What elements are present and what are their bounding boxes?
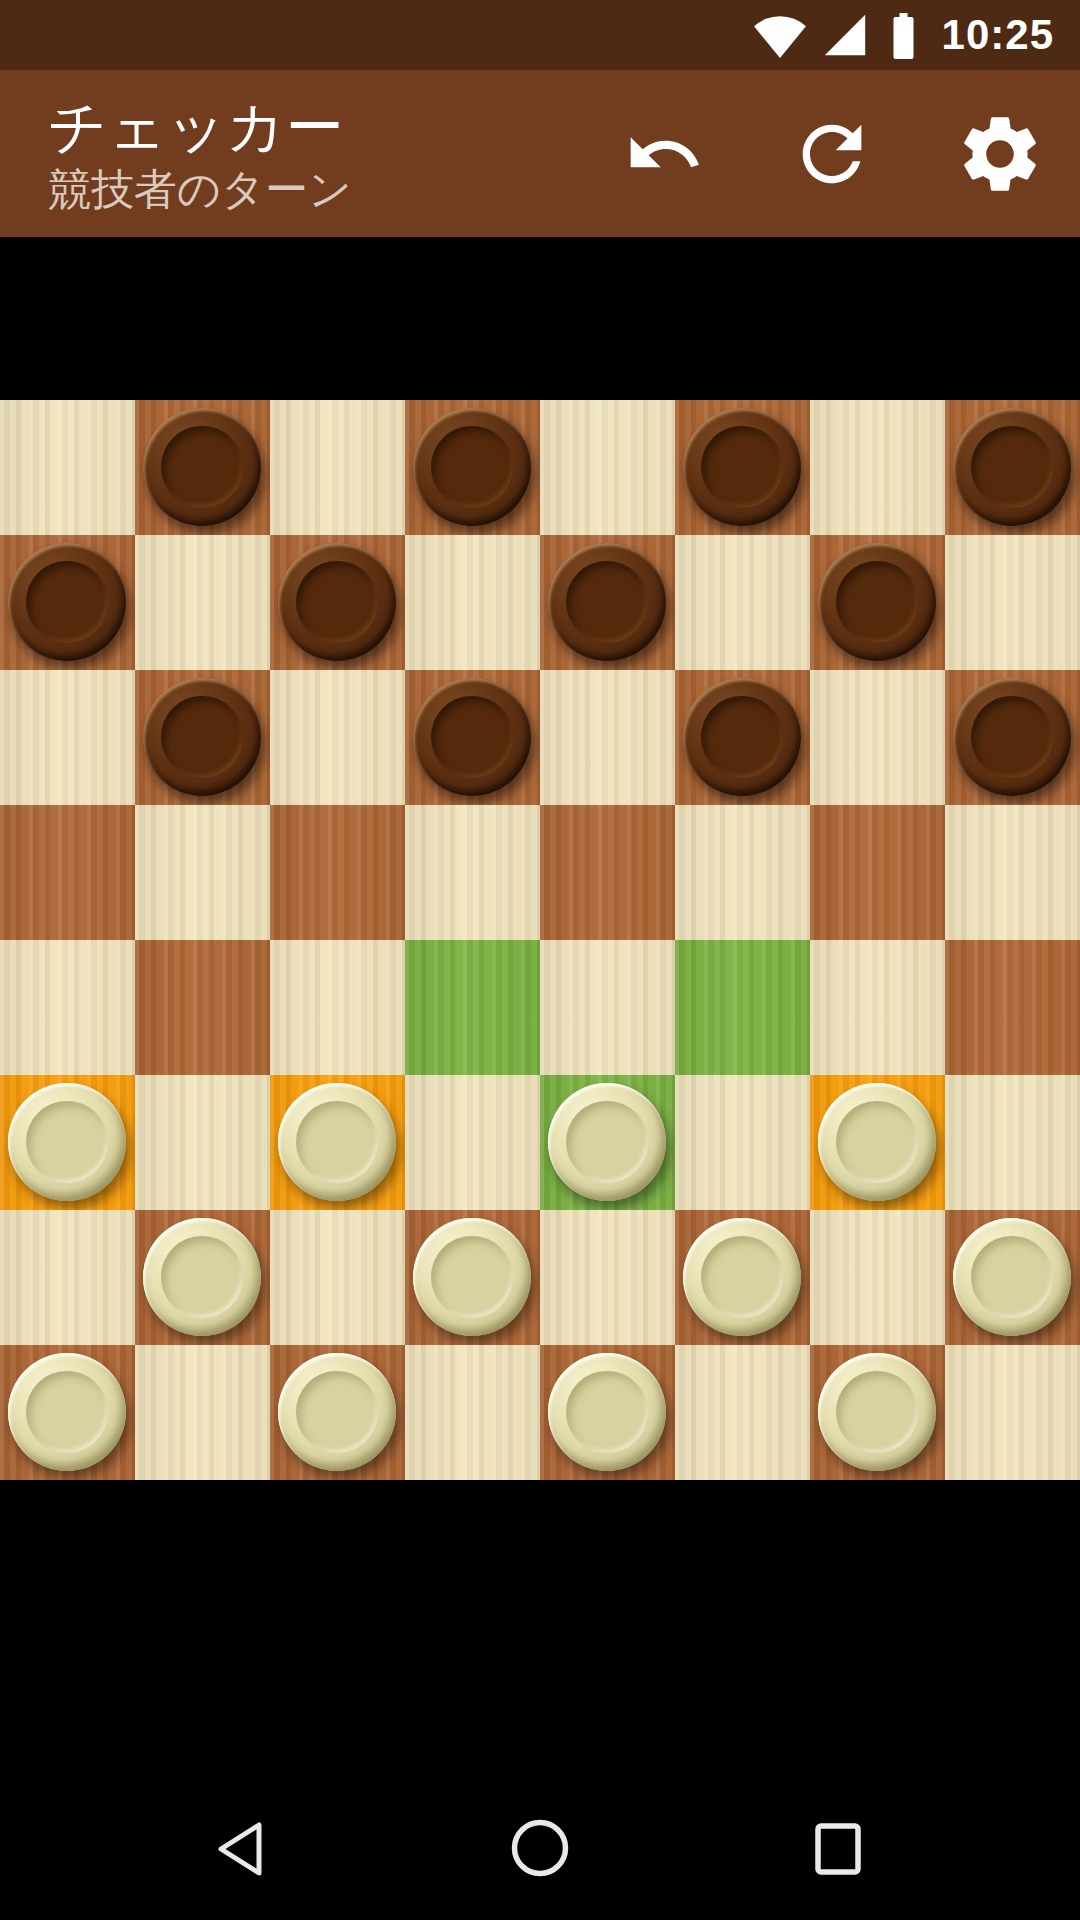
- square-a7[interactable]: [0, 535, 135, 670]
- square-e4[interactable]: [540, 940, 675, 1075]
- dark-piece[interactable]: [548, 543, 666, 661]
- square-e3[interactable]: [540, 1075, 675, 1210]
- app-bar-actions: [614, 94, 1050, 214]
- square-b6[interactable]: [135, 670, 270, 805]
- light-piece[interactable]: [8, 1083, 126, 1201]
- square-g2[interactable]: [810, 1210, 945, 1345]
- square-f7[interactable]: [675, 535, 810, 670]
- app-bar: チェッカー 競技者のターン: [0, 70, 1080, 237]
- dark-piece[interactable]: [413, 408, 531, 526]
- square-d8[interactable]: [405, 400, 540, 535]
- square-c7[interactable]: [270, 535, 405, 670]
- reset-button[interactable]: [782, 94, 882, 214]
- light-piece[interactable]: [548, 1083, 666, 1201]
- square-d2[interactable]: [405, 1210, 540, 1345]
- square-c2[interactable]: [270, 1210, 405, 1345]
- square-e1[interactable]: [540, 1345, 675, 1480]
- square-a4[interactable]: [0, 940, 135, 1075]
- light-piece[interactable]: [548, 1353, 666, 1471]
- refresh-icon: [788, 110, 876, 198]
- square-a3[interactable]: [0, 1075, 135, 1210]
- square-c5[interactable]: [270, 805, 405, 940]
- light-piece[interactable]: [278, 1353, 396, 1471]
- dark-piece[interactable]: [683, 678, 801, 796]
- square-e8[interactable]: [540, 400, 675, 535]
- dark-piece[interactable]: [413, 678, 531, 796]
- square-g5[interactable]: [810, 805, 945, 940]
- square-a1[interactable]: [0, 1345, 135, 1480]
- square-a5[interactable]: [0, 805, 135, 940]
- square-g6[interactable]: [810, 670, 945, 805]
- light-piece[interactable]: [8, 1353, 126, 1471]
- square-h2[interactable]: [945, 1210, 1080, 1345]
- square-f6[interactable]: [675, 670, 810, 805]
- square-d1[interactable]: [405, 1345, 540, 1480]
- dark-piece[interactable]: [953, 408, 1071, 526]
- square-h8[interactable]: [945, 400, 1080, 535]
- square-f5[interactable]: [675, 805, 810, 940]
- dark-piece[interactable]: [143, 678, 261, 796]
- square-g7[interactable]: [810, 535, 945, 670]
- light-piece[interactable]: [278, 1083, 396, 1201]
- square-g4[interactable]: [810, 940, 945, 1075]
- square-c4[interactable]: [270, 940, 405, 1075]
- board: [0, 400, 1080, 1480]
- back-icon[interactable]: [214, 1820, 266, 1878]
- square-c3[interactable]: [270, 1075, 405, 1210]
- square-h4[interactable]: [945, 940, 1080, 1075]
- square-e2[interactable]: [540, 1210, 675, 1345]
- light-piece[interactable]: [818, 1083, 936, 1201]
- square-a8[interactable]: [0, 400, 135, 535]
- square-a6[interactable]: [0, 670, 135, 805]
- square-b1[interactable]: [135, 1345, 270, 1480]
- square-c1[interactable]: [270, 1345, 405, 1480]
- home-icon[interactable]: [511, 1819, 569, 1877]
- dark-piece[interactable]: [278, 543, 396, 661]
- nav-bar: [0, 1776, 1080, 1920]
- signal-icon: [823, 12, 867, 58]
- dark-piece[interactable]: [683, 408, 801, 526]
- square-d7[interactable]: [405, 535, 540, 670]
- recents-icon[interactable]: [814, 1823, 862, 1875]
- light-piece[interactable]: [683, 1218, 801, 1336]
- square-g8[interactable]: [810, 400, 945, 535]
- light-piece[interactable]: [143, 1218, 261, 1336]
- turn-status: 競技者のターン: [48, 162, 352, 216]
- light-piece[interactable]: [413, 1218, 531, 1336]
- square-h7[interactable]: [945, 535, 1080, 670]
- square-h1[interactable]: [945, 1345, 1080, 1480]
- dark-piece[interactable]: [8, 543, 126, 661]
- square-e5[interactable]: [540, 805, 675, 940]
- square-a2[interactable]: [0, 1210, 135, 1345]
- square-b4[interactable]: [135, 940, 270, 1075]
- app-bar-titles: チェッカー 競技者のターン: [48, 92, 352, 216]
- square-f3[interactable]: [675, 1075, 810, 1210]
- square-d5[interactable]: [405, 805, 540, 940]
- square-b5[interactable]: [135, 805, 270, 940]
- wifi-icon: [751, 10, 809, 60]
- square-g3[interactable]: [810, 1075, 945, 1210]
- square-f2[interactable]: [675, 1210, 810, 1345]
- undo-button[interactable]: [614, 94, 714, 214]
- dark-piece[interactable]: [143, 408, 261, 526]
- square-c8[interactable]: [270, 400, 405, 535]
- battery-icon: [887, 9, 920, 61]
- square-h5[interactable]: [945, 805, 1080, 940]
- square-d6[interactable]: [405, 670, 540, 805]
- square-e7[interactable]: [540, 535, 675, 670]
- page-title: チェッカー: [48, 92, 352, 162]
- dark-piece[interactable]: [953, 678, 1071, 796]
- square-e6[interactable]: [540, 670, 675, 805]
- light-piece[interactable]: [818, 1353, 936, 1471]
- undo-icon: [624, 114, 704, 194]
- status-time: 10:25: [942, 11, 1054, 59]
- square-b8[interactable]: [135, 400, 270, 535]
- settings-button[interactable]: [950, 94, 1050, 214]
- square-f8[interactable]: [675, 400, 810, 535]
- square-g1[interactable]: [810, 1345, 945, 1480]
- light-piece[interactable]: [953, 1218, 1071, 1336]
- square-b7[interactable]: [135, 535, 270, 670]
- status-bar: 10:25: [0, 0, 1080, 70]
- square-h6[interactable]: [945, 670, 1080, 805]
- square-b3[interactable]: [135, 1075, 270, 1210]
- square-f4[interactable]: [675, 940, 810, 1075]
- screen: 10:25 チェッカー 競技者のターン: [0, 0, 1080, 1920]
- square-c6[interactable]: [270, 670, 405, 805]
- square-h3[interactable]: [945, 1075, 1080, 1210]
- square-f1[interactable]: [675, 1345, 810, 1480]
- gear-icon: [954, 108, 1046, 200]
- square-d4[interactable]: [405, 940, 540, 1075]
- square-b2[interactable]: [135, 1210, 270, 1345]
- dark-piece[interactable]: [818, 543, 936, 661]
- square-d3[interactable]: [405, 1075, 540, 1210]
